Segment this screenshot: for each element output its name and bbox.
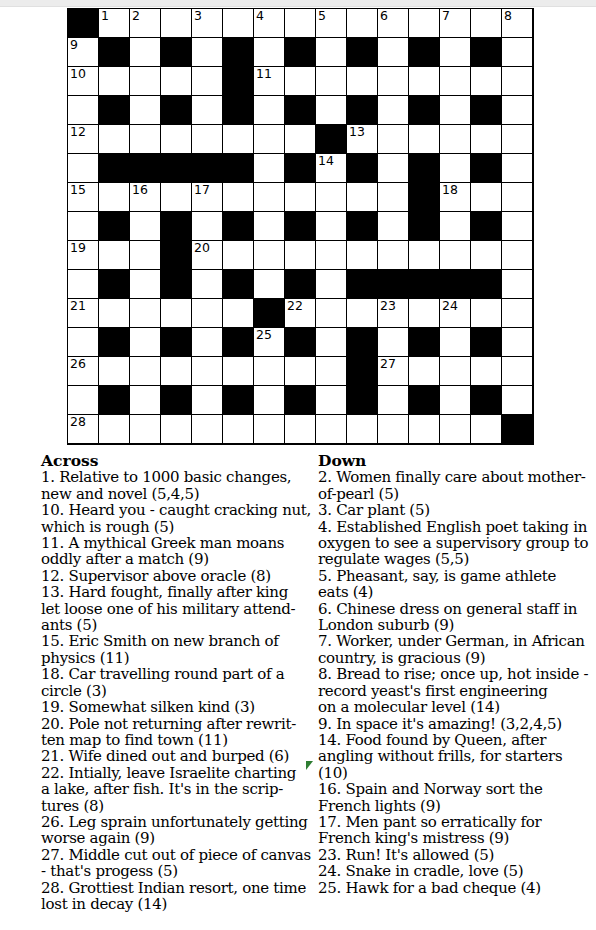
grid-cell-r7c0[interactable] (68, 212, 99, 241)
clue-number-16: 16 (132, 183, 148, 197)
down-clue-25: 25. Hawk for a bad cheque (4) (318, 880, 594, 896)
down-clue-2: 2. Women finally care about mother- of-p… (318, 469, 594, 502)
grid-cell-r6c4[interactable]: 17 (192, 183, 223, 212)
grid-cell-r9c4[interactable] (192, 270, 223, 299)
grid-cell-r13c4[interactable] (192, 386, 223, 415)
grid-cell-r3c12[interactable] (440, 96, 471, 125)
clue-number-2: 2 (132, 9, 140, 23)
clue-number-10: 10 (70, 67, 86, 81)
grid-cell-r10c12[interactable]: 24 (440, 299, 471, 328)
clue-number-6: 6 (380, 9, 388, 23)
grid-cell-r7c12[interactable] (440, 212, 471, 241)
grid-cell-r11c11-black (409, 328, 440, 357)
grid-cell-r3c1-black (99, 96, 130, 125)
clue-number-11: 11 (256, 67, 272, 81)
grid-cell-r4c6[interactable] (254, 125, 285, 154)
grid-cell-r8c3-black (161, 241, 192, 270)
grid-cell-r3c2[interactable] (130, 96, 161, 125)
grid-cell-r5c0[interactable] (68, 154, 99, 183)
grid-cell-r14c1[interactable] (99, 415, 130, 444)
grid-cell-r0c1[interactable]: 1 (99, 9, 130, 38)
across-clue-15: 15. Eric Smith on new branch of physics … (41, 633, 313, 666)
grid-cell-r4c2[interactable] (130, 125, 161, 154)
down-clue-9: 9. In space it's amazing! (3,2,4,5) (318, 716, 594, 732)
grid-cell-r2c3[interactable] (161, 67, 192, 96)
grid-cell-r0c5[interactable] (223, 9, 254, 38)
grid-cell-r1c3-black (161, 38, 192, 67)
grid-cell-r10c0[interactable]: 21 (68, 299, 99, 328)
grid-cell-r13c0[interactable] (68, 386, 99, 415)
grid-cell-r4c11[interactable] (409, 125, 440, 154)
grid-cell-r8c9[interactable] (347, 241, 378, 270)
grid-cell-r2c12[interactable] (440, 67, 471, 96)
grid-cell-r4c4[interactable] (192, 125, 223, 154)
grid-cell-r2c6[interactable]: 11 (254, 67, 285, 96)
grid-cell-r7c10[interactable] (378, 212, 409, 241)
grid-cell-r3c11-black (409, 96, 440, 125)
grid-cell-r14c14-black (502, 415, 533, 444)
grid-cell-r1c5-black (223, 38, 254, 67)
grid-cell-r13c8[interactable] (316, 386, 347, 415)
grid-cell-r2c9[interactable] (347, 67, 378, 96)
grid-cell-r6c5[interactable] (223, 183, 254, 212)
grid-cell-r6c14[interactable] (502, 183, 533, 212)
grid-cell-r3c14[interactable] (502, 96, 533, 125)
grid-cell-r7c11-black (409, 212, 440, 241)
grid-cell-r2c2[interactable] (130, 67, 161, 96)
grid-cell-r9c2[interactable] (130, 270, 161, 299)
across-clue-list: 1. Relative to 1000 basic changes, new a… (41, 469, 313, 912)
clue-number-8: 8 (504, 9, 512, 23)
grid-cell-r13c6[interactable] (254, 386, 285, 415)
grid-cell-r1c0[interactable]: 9 (68, 38, 99, 67)
grid-cell-r8c6[interactable] (254, 241, 285, 270)
grid-cell-r6c9[interactable] (347, 183, 378, 212)
grid-cell-r12c3[interactable] (161, 357, 192, 386)
down-clue-5: 5. Pheasant, say, is game athlete eats (… (318, 568, 594, 601)
across-clue-10: 10. Heard you - caught cracking nut, whi… (41, 502, 313, 535)
grid-cell-r1c12[interactable] (440, 38, 471, 67)
grid-cell-r14c4[interactable] (192, 415, 223, 444)
grid-cell-r7c9-black (347, 212, 378, 241)
grid-cell-r12c0[interactable]: 26 (68, 357, 99, 386)
grid-cell-r9c13-black (471, 270, 502, 299)
grid-cell-r11c2[interactable] (130, 328, 161, 357)
clue-number-20: 20 (194, 241, 210, 255)
grid-cell-r8c4[interactable]: 20 (192, 241, 223, 270)
grid-cell-r9c1-black (99, 270, 130, 299)
across-clue-27: 27. Middle cut out of piece of canvas - … (41, 847, 313, 880)
grid-cell-r2c13[interactable] (471, 67, 502, 96)
grid-cell-r2c1[interactable] (99, 67, 130, 96)
grid-cell-r0c6[interactable]: 4 (254, 9, 285, 38)
grid-cell-r11c5-black (223, 328, 254, 357)
grid-cell-r3c3-black (161, 96, 192, 125)
grid-cell-r3c6[interactable] (254, 96, 285, 125)
grid-cell-r0c13[interactable] (471, 9, 502, 38)
grid-cell-r5c4-black (192, 154, 223, 183)
grid-cell-r4c9[interactable]: 13 (347, 125, 378, 154)
grid-cell-r11c0[interactable] (68, 328, 99, 357)
grid-cell-r4c13[interactable] (471, 125, 502, 154)
grid-cell-r8c2[interactable] (130, 241, 161, 270)
grid-cell-r7c7-black (285, 212, 316, 241)
clue-number-1: 1 (101, 9, 109, 23)
down-clue-24: 24. Snake in cradle, love (5) (318, 863, 594, 879)
down-clue-4: 4. Established English poet taking in ox… (318, 519, 594, 568)
grid-cell-r8c0[interactable]: 19 (68, 241, 99, 270)
clue-number-24: 24 (442, 299, 458, 313)
grid-cell-r12c6[interactable] (254, 357, 285, 386)
grid-cell-r2c4[interactable] (192, 67, 223, 96)
grid-cell-r12c10[interactable]: 27 (378, 357, 409, 386)
down-clue-6: 6. Chinese dress on general staff in Lon… (318, 601, 594, 634)
clue-number-25: 25 (256, 328, 272, 342)
grid-cell-r13c10[interactable] (378, 386, 409, 415)
grid-cell-r12c8[interactable] (316, 357, 347, 386)
across-clue-11: 11. A mythical Greek man moans oddly aft… (41, 535, 313, 568)
grid-cell-r8c5[interactable] (223, 241, 254, 270)
grid-cell-r2c10[interactable] (378, 67, 409, 96)
grid-cell-r13c2[interactable] (130, 386, 161, 415)
clue-number-5: 5 (318, 9, 326, 23)
grid-cell-r7c1-black (99, 212, 130, 241)
grid-cell-r4c12[interactable] (440, 125, 471, 154)
grid-cell-r9c6[interactable] (254, 270, 285, 299)
grid-cell-r5c1-black (99, 154, 130, 183)
grid-cell-r14c12[interactable] (440, 415, 471, 444)
grid-cell-r13c7-black (285, 386, 316, 415)
grid-cell-r10c11[interactable] (409, 299, 440, 328)
grid-cell-r1c11-black (409, 38, 440, 67)
grid-cell-r10c3[interactable] (161, 299, 192, 328)
grid-cell-r1c14[interactable] (502, 38, 533, 67)
clue-number-9: 9 (70, 38, 78, 52)
clue-number-4: 4 (256, 9, 264, 23)
grid-cell-r10c6-black (254, 299, 285, 328)
grid-cell-r12c1[interactable] (99, 357, 130, 386)
grid-cell-r14c5[interactable] (223, 415, 254, 444)
window-top-edge (0, 0, 596, 7)
grid-cell-r5c14[interactable] (502, 154, 533, 183)
grid-cell-r8c10[interactable] (378, 241, 409, 270)
grid-cell-r0c2[interactable]: 2 (130, 9, 161, 38)
grid-cell-r2c11[interactable] (409, 67, 440, 96)
grid-cell-r13c5-black (223, 386, 254, 415)
grid-cell-r1c13-black (471, 38, 502, 67)
grid-cell-r7c14[interactable] (502, 212, 533, 241)
grid-cell-r6c12[interactable]: 18 (440, 183, 471, 212)
grid-cell-r5c12[interactable] (440, 154, 471, 183)
grid-cell-r12c14[interactable] (502, 357, 533, 386)
grid-cell-r11c8[interactable] (316, 328, 347, 357)
clue-number-26: 26 (70, 357, 86, 371)
down-clue-17: 17. Men pant so erratically for French k… (318, 814, 594, 847)
across-clue-22: 22. Intially, leave Israelite charting a… (41, 765, 313, 814)
grid-cell-r9c7-black (285, 270, 316, 299)
grid-cell-r2c8[interactable] (316, 67, 347, 96)
grid-cell-r10c14[interactable] (502, 299, 533, 328)
grid-cell-r14c2[interactable] (130, 415, 161, 444)
grid-cell-r5c5-black (223, 154, 254, 183)
grid-cell-r7c2[interactable] (130, 212, 161, 241)
grid-cell-r9c0[interactable] (68, 270, 99, 299)
grid-cell-r6c7[interactable] (285, 183, 316, 212)
across-clue-19: 19. Somewhat silken kind (3) (41, 699, 313, 715)
across-clue-12: 12. Supervisor above oracle (8) (41, 568, 313, 584)
clue-number-7: 7 (442, 9, 450, 23)
grid-cell-r13c12[interactable] (440, 386, 471, 415)
grid-cell-r11c10[interactable] (378, 328, 409, 357)
clue-number-3: 3 (194, 9, 202, 23)
grid-cell-r0c7[interactable] (285, 9, 316, 38)
clue-number-27: 27 (380, 357, 396, 371)
grid-cell-r9c5-black (223, 270, 254, 299)
grid-cell-r10c10[interactable]: 23 (378, 299, 409, 328)
grid-cell-r8c1[interactable] (99, 241, 130, 270)
grid-cell-r11c3-black (161, 328, 192, 357)
grid-cell-r5c11-black (409, 154, 440, 183)
grid-cell-r12c11[interactable] (409, 357, 440, 386)
grid-cell-r14c8[interactable] (316, 415, 347, 444)
grid-cell-r2c5-black (223, 67, 254, 96)
down-clue-3: 3. Car plant (5) (318, 502, 594, 518)
grid-cell-r13c1-black (99, 386, 130, 415)
grid-cell-r3c0[interactable] (68, 96, 99, 125)
grid-cell-r4c14[interactable] (502, 125, 533, 154)
grid-cell-r0c11[interactable] (409, 9, 440, 38)
grid-cell-r2c14[interactable] (502, 67, 533, 96)
grid-cell-r9c12-black (440, 270, 471, 299)
grid-cell-r0c12[interactable]: 7 (440, 9, 471, 38)
grid-cell-r8c12[interactable] (440, 241, 471, 270)
grid-cell-r1c7-black (285, 38, 316, 67)
grid-cell-r3c10[interactable] (378, 96, 409, 125)
grid-cell-r11c4[interactable] (192, 328, 223, 357)
grid-cell-r9c9-black (347, 270, 378, 299)
grid-cell-r1c6[interactable] (254, 38, 285, 67)
grid-cell-r11c12[interactable] (440, 328, 471, 357)
grid-cell-r11c14[interactable] (502, 328, 533, 357)
down-clue-list: 2. Women finally care about mother- of-p… (318, 469, 594, 896)
grid-cell-r4c7[interactable] (285, 125, 316, 154)
grid-cell-r14c10[interactable] (378, 415, 409, 444)
across-clues-column: Across 1. Relative to 1000 basic changes… (41, 453, 313, 912)
grid-cell-r0c3[interactable] (161, 9, 192, 38)
grid-cell-r0c8[interactable]: 5 (316, 9, 347, 38)
grid-cell-r12c7[interactable] (285, 357, 316, 386)
grid-cell-r6c11-black (409, 183, 440, 212)
clue-number-19: 19 (70, 241, 86, 255)
grid-cell-r8c13[interactable] (471, 241, 502, 270)
grid-cell-r7c3-black (161, 212, 192, 241)
grid-cell-r7c8[interactable] (316, 212, 347, 241)
grid-cell-r4c0[interactable]: 12 (68, 125, 99, 154)
grid-cell-r6c6[interactable] (254, 183, 285, 212)
grid-cell-r10c1[interactable] (99, 299, 130, 328)
clue-number-12: 12 (70, 125, 86, 139)
grid-cell-r8c7[interactable] (285, 241, 316, 270)
grid-cell-r13c3-black (161, 386, 192, 415)
grid-cell-r10c2[interactable] (130, 299, 161, 328)
across-clue-21: 21. Wife dined out and burped (6) (41, 748, 313, 764)
grid-cell-r6c10[interactable] (378, 183, 409, 212)
grid-cell-r5c13-black (471, 154, 502, 183)
grid-cell-r9c10-black (378, 270, 409, 299)
across-header: Across (41, 453, 313, 469)
down-clue-14: 14. Food found by Queen, after angling w… (318, 732, 594, 781)
grid-cell-r2c7[interactable] (285, 67, 316, 96)
grid-cell-r6c1[interactable] (99, 183, 130, 212)
grid-cell-r11c1-black (99, 328, 130, 357)
grid-cell-r14c11[interactable] (409, 415, 440, 444)
clue-number-18: 18 (442, 183, 458, 197)
grid-cell-r4c3[interactable] (161, 125, 192, 154)
grid-cell-r1c10[interactable] (378, 38, 409, 67)
grid-cell-r6c13[interactable] (471, 183, 502, 212)
grid-cell-r4c8-black (316, 125, 347, 154)
crossword-grid: 1234567891011121314151617181920212223242… (67, 8, 534, 445)
grid-cell-r14c7[interactable] (285, 415, 316, 444)
clue-number-22: 22 (287, 299, 303, 313)
grid-cell-r5c6[interactable] (254, 154, 285, 183)
clue-number-17: 17 (194, 183, 210, 197)
grid-cell-r7c13-black (471, 212, 502, 241)
grid-cell-r3c7-black (285, 96, 316, 125)
down-clue-8: 8. Bread to rise; once up, hot inside - … (318, 666, 594, 715)
grid-cell-r5c7-black (285, 154, 316, 183)
grid-cell-r6c8[interactable] (316, 183, 347, 212)
grid-cell-r3c4[interactable] (192, 96, 223, 125)
across-clue-26: 26. Leg sprain unfortunately getting wor… (41, 814, 313, 847)
grid-cell-r7c5-black (223, 212, 254, 241)
grid-cell-r14c9[interactable] (347, 415, 378, 444)
grid-cell-r6c0[interactable]: 15 (68, 183, 99, 212)
down-clue-7: 7. Worker, under German, in African coun… (318, 633, 594, 666)
grid-cell-r9c3-black (161, 270, 192, 299)
grid-cell-r12c5[interactable] (223, 357, 254, 386)
down-clues-column: Down 2. Women finally care about mother-… (318, 453, 594, 896)
down-header: Down (318, 453, 594, 469)
clue-number-28: 28 (70, 415, 86, 429)
grid-cell-r4c1[interactable] (99, 125, 130, 154)
grid-cell-r11c6[interactable]: 25 (254, 328, 285, 357)
clue-number-21: 21 (70, 299, 86, 313)
grid-cell-r6c2[interactable]: 16 (130, 183, 161, 212)
grid-cell-r0c4[interactable]: 3 (192, 9, 223, 38)
grid-cell-r10c8[interactable] (316, 299, 347, 328)
grid-cell-r12c2[interactable] (130, 357, 161, 386)
grid-cell-r13c14[interactable] (502, 386, 533, 415)
grid-cell-r3c9-black (347, 96, 378, 125)
grid-cell-r0c10[interactable]: 6 (378, 9, 409, 38)
grid-cell-r14c6[interactable] (254, 415, 285, 444)
grid-cell-r14c13[interactable] (471, 415, 502, 444)
grid-cell-r12c12[interactable] (440, 357, 471, 386)
grid-cell-r1c9-black (347, 38, 378, 67)
grid-cell-r13c9-black (347, 386, 378, 415)
grid-cell-r11c13-black (471, 328, 502, 357)
grid-cell-r10c5[interactable] (223, 299, 254, 328)
grid-cell-r7c6[interactable] (254, 212, 285, 241)
grid-cell-r4c10[interactable] (378, 125, 409, 154)
grid-cell-r8c11[interactable] (409, 241, 440, 270)
down-clue-23: 23. Run! It's allowed (5) (318, 847, 594, 863)
grid-cell-r8c8[interactable] (316, 241, 347, 270)
grid-cell-r8c14[interactable] (502, 241, 533, 270)
grid-cell-r12c4[interactable] (192, 357, 223, 386)
grid-cell-r9c14[interactable] (502, 270, 533, 299)
across-clue-20: 20. Pole not returning after rewrit- ten… (41, 716, 313, 749)
across-clue-18: 18. Car travelling round part of a circl… (41, 666, 313, 699)
grid-cell-r0c0-black (68, 9, 99, 38)
clue-number-14: 14 (318, 154, 334, 168)
grid-cell-r12c13[interactable] (471, 357, 502, 386)
clue-number-13: 13 (349, 125, 365, 139)
grid-cell-r5c3-black (161, 154, 192, 183)
grid-cell-r0c14[interactable]: 8 (502, 9, 533, 38)
grid-cell-r1c1-black (99, 38, 130, 67)
grid-cell-r1c8[interactable] (316, 38, 347, 67)
clue-number-23: 23 (380, 299, 396, 313)
grid-cell-r5c8[interactable]: 14 (316, 154, 347, 183)
grid-cell-r6c3[interactable] (161, 183, 192, 212)
grid-cell-r1c4[interactable] (192, 38, 223, 67)
grid-cell-r3c8[interactable] (316, 96, 347, 125)
grid-cell-r3c13-black (471, 96, 502, 125)
cursor-artifact-mark (306, 761, 313, 770)
grid-cell-r12c9-black (347, 357, 378, 386)
grid-cell-r5c9-black (347, 154, 378, 183)
grid-cell-r9c11-black (409, 270, 440, 299)
grid-cell-r10c13[interactable] (471, 299, 502, 328)
clue-number-15: 15 (70, 183, 86, 197)
grid-cell-r5c10[interactable] (378, 154, 409, 183)
grid-cell-r11c7-black (285, 328, 316, 357)
grid-cell-r5c2-black (130, 154, 161, 183)
across-clue-13: 13. Hard fought, finally after king let … (41, 584, 313, 633)
grid-cell-r3c5-black (223, 96, 254, 125)
grid-cell-r10c4[interactable] (192, 299, 223, 328)
grid-cell-r0c9[interactable] (347, 9, 378, 38)
grid-cell-r10c7[interactable]: 22 (285, 299, 316, 328)
grid-cell-r7c4[interactable] (192, 212, 223, 241)
grid-cell-r4c5[interactable] (223, 125, 254, 154)
grid-cell-r9c8[interactable] (316, 270, 347, 299)
grid-cell-r10c9[interactable] (347, 299, 378, 328)
grid-cell-r14c3[interactable] (161, 415, 192, 444)
grid-cell-r1c2[interactable] (130, 38, 161, 67)
grid-cell-r2c0[interactable]: 10 (68, 67, 99, 96)
grid-cell-r13c13-black (471, 386, 502, 415)
down-clue-16: 16. Spain and Norway sort the French lig… (318, 781, 594, 814)
grid-cell-r13c11-black (409, 386, 440, 415)
across-clue-28: 28. Grottiest Indian resort, one time lo… (41, 880, 313, 913)
grid-cell-r11c9-black (347, 328, 378, 357)
grid-cell-r14c0[interactable]: 28 (68, 415, 99, 444)
across-clue-1: 1. Relative to 1000 basic changes, new a… (41, 469, 313, 502)
